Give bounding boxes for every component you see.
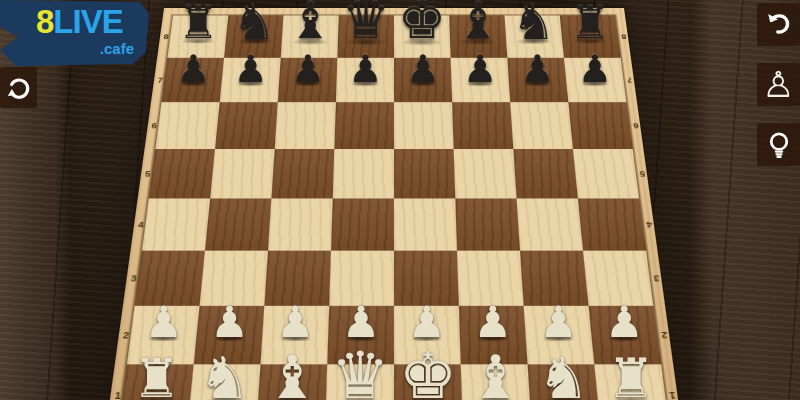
brand-suffix: .cafe (100, 40, 134, 57)
piece-black-pawn-c7[interactable]: ♟ (291, 49, 325, 87)
rank-label-4: 4 (643, 219, 656, 228)
right-control-panel: ♙ (757, 3, 800, 166)
square-e6[interactable] (394, 102, 454, 149)
rank-label-7: 7 (155, 76, 167, 84)
undo-icon (764, 10, 794, 40)
square-g6[interactable] (510, 102, 573, 149)
square-c4[interactable] (268, 198, 333, 250)
brand-prefix: 8 (36, 3, 53, 40)
rank-label-3: 3 (127, 273, 140, 283)
piece-white-pawn-f2[interactable]: ♟ (473, 300, 512, 343)
square-f5[interactable] (454, 149, 517, 198)
piece-white-queen-d1[interactable]: ♛ (331, 343, 389, 400)
piece-black-pawn-e7[interactable]: ♟ (406, 49, 440, 87)
restart-icon (6, 75, 32, 101)
game-screen: 87654321 87654321 ♜♞♝♛♚♝♞♜♟♟♟♟♟♟♟♟♟♟♟♟♟♟… (0, 0, 800, 400)
rank-label-8: 8 (161, 33, 172, 41)
rank-label-1: 1 (666, 389, 680, 400)
square-e4[interactable] (394, 198, 457, 250)
piece-black-pawn-b7[interactable]: ♟ (234, 49, 268, 87)
piece-black-knight-g8[interactable]: ♞ (512, 0, 555, 46)
piece-black-pawn-g7[interactable]: ♟ (520, 49, 554, 87)
square-e5[interactable] (394, 149, 455, 198)
piece-black-pawn-d7[interactable]: ♟ (348, 49, 382, 87)
square-a4[interactable] (142, 198, 210, 250)
square-b4[interactable] (205, 198, 271, 250)
rank-label-5: 5 (142, 169, 154, 178)
square-g4[interactable] (517, 198, 583, 250)
piece-white-bishop-f1[interactable]: ♝ (469, 347, 523, 400)
undo-button[interactable] (757, 3, 800, 46)
piece-white-knight-g1[interactable]: ♞ (537, 348, 589, 400)
piece-white-knight-b1[interactable]: ♞ (199, 348, 251, 400)
square-a5[interactable] (149, 149, 215, 198)
square-f4[interactable] (455, 198, 520, 250)
piece-white-king-e1[interactable]: ♚ (399, 343, 457, 400)
rank-label-6: 6 (630, 121, 642, 130)
rank-label-4: 4 (135, 219, 148, 228)
piece-white-pawn-d2[interactable]: ♟ (342, 300, 381, 343)
restart-button[interactable] (0, 67, 37, 108)
square-h5[interactable] (573, 149, 639, 198)
hint-button[interactable] (757, 123, 800, 166)
piece-black-pawn-h7[interactable]: ♟ (578, 49, 612, 87)
rank-label-3: 3 (650, 273, 663, 283)
piece-black-pawn-a7[interactable]: ♟ (176, 49, 210, 87)
rank-label-7: 7 (624, 76, 636, 84)
piece-white-pawn-h2[interactable]: ♟ (605, 300, 644, 343)
piece-white-pawn-e2[interactable]: ♟ (408, 300, 447, 343)
piece-white-pawn-b2[interactable]: ♟ (210, 300, 249, 343)
piece-white-rook-h1[interactable]: ♜ (607, 352, 655, 400)
piece-black-bishop-c8[interactable]: ♝ (288, 0, 333, 46)
piece-white-bishop-c1[interactable]: ♝ (265, 347, 319, 400)
piece-black-knight-b8[interactable]: ♞ (233, 0, 276, 46)
piece-black-queen-d8[interactable]: ♛ (342, 0, 390, 47)
rank-label-5: 5 (636, 169, 648, 178)
rank-label-2: 2 (658, 329, 671, 340)
piece-white-pawn-g2[interactable]: ♟ (539, 300, 578, 343)
side-select-button[interactable]: ♙ (757, 63, 800, 106)
lightbulb-icon (764, 130, 794, 160)
brand-title: LIVE (53, 3, 122, 40)
square-c5[interactable] (271, 149, 334, 198)
square-d6[interactable] (334, 102, 394, 149)
rank-label-1: 1 (111, 389, 125, 400)
piece-white-pawn-a2[interactable]: ♟ (145, 300, 184, 343)
square-b5[interactable] (210, 149, 275, 198)
piece-black-king-e8[interactable]: ♚ (398, 0, 446, 47)
pawn-icon: ♙ (762, 67, 794, 103)
rank-label-8: 8 (618, 33, 629, 41)
piece-black-rook-a8[interactable]: ♜ (178, 0, 218, 45)
square-c6[interactable] (275, 102, 336, 149)
square-d5[interactable] (333, 149, 394, 198)
piece-white-pawn-c2[interactable]: ♟ (276, 300, 315, 343)
square-b6[interactable] (215, 102, 278, 149)
square-h4[interactable] (578, 198, 646, 250)
piece-black-rook-h8[interactable]: ♜ (570, 0, 610, 45)
piece-black-pawn-f7[interactable]: ♟ (463, 49, 497, 87)
square-f6[interactable] (452, 102, 513, 149)
watermark-badge: 8LIVE .cafe (0, 0, 150, 68)
rank-label-6: 6 (148, 121, 160, 130)
square-d4[interactable] (331, 198, 394, 250)
brand-name: 8LIVE (36, 5, 123, 38)
square-h6[interactable] (568, 102, 632, 149)
square-g5[interactable] (513, 149, 578, 198)
square-a6[interactable] (155, 102, 219, 149)
rank-label-2: 2 (119, 329, 132, 340)
piece-white-rook-a1[interactable]: ♜ (133, 352, 181, 400)
piece-black-bishop-f8[interactable]: ♝ (455, 0, 500, 46)
